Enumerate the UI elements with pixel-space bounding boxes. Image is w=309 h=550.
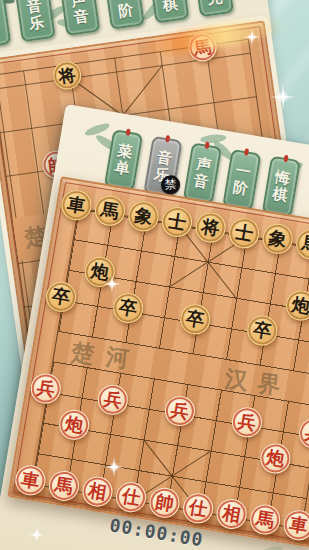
background-tab-level[interactable]: 一阶 <box>99 0 144 30</box>
tab-char: 阶 <box>232 179 250 198</box>
main-tab-sound[interactable]: 声音 <box>183 142 222 204</box>
tab-char: 棋 <box>271 185 289 204</box>
muted-badge: 禁 <box>161 175 181 195</box>
tab-char: 音 <box>73 8 90 27</box>
tab-char: 乐 <box>28 14 45 33</box>
background-tab-sound[interactable]: 声音 <box>55 0 100 36</box>
tab-tassel <box>126 128 131 136</box>
game-screen: 菜单音乐声音一阶悔棋先 楚河 将馬帥 菜单音乐禁声音一阶悔棋 <box>0 0 309 550</box>
main-tab-music[interactable]: 音乐禁 <box>143 136 182 198</box>
tab-tassel <box>205 142 210 150</box>
main-tab-menu[interactable]: 菜单 <box>104 129 143 191</box>
river-label-right: 汉界 <box>223 363 292 402</box>
tab-char: 阶 <box>117 1 134 20</box>
tab-tassel <box>283 155 288 163</box>
background-tab-music[interactable]: 音乐 <box>10 0 55 42</box>
tab-tassel <box>165 135 170 143</box>
main-tab-level[interactable]: 一阶 <box>222 149 261 211</box>
tab-char: 单 <box>0 20 1 39</box>
main-tab-undo[interactable]: 悔棋 <box>262 156 301 218</box>
tab-char: 单 <box>113 159 131 178</box>
tab-char: 先 <box>206 0 223 8</box>
tab-char: 音 <box>192 172 210 191</box>
tab-tassel <box>244 148 249 156</box>
background-tab-menu[interactable]: 菜单 <box>0 0 11 49</box>
tab-char: 棋 <box>162 0 179 14</box>
river-label-left: 楚河 <box>69 337 142 377</box>
